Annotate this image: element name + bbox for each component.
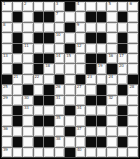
white-cell[interactable] <box>2 44 12 53</box>
white-cell[interactable]: 26 <box>55 85 65 94</box>
white-cell[interactable] <box>118 148 128 157</box>
white-cell[interactable] <box>23 64 33 73</box>
white-cell[interactable]: 6 <box>128 2 138 11</box>
white-cell[interactable]: 23 <box>86 75 96 84</box>
white-cell[interactable]: 2 <box>23 2 33 11</box>
white-cell[interactable] <box>76 116 86 125</box>
white-cell[interactable]: 12 <box>76 44 86 53</box>
white-cell[interactable] <box>76 96 86 105</box>
white-cell[interactable]: 38 <box>55 137 65 146</box>
clue-number: 40 <box>77 148 82 152</box>
black-cell <box>86 12 96 21</box>
white-cell[interactable]: 40 <box>76 148 86 157</box>
white-cell[interactable] <box>86 23 96 32</box>
white-cell[interactable] <box>128 148 138 157</box>
black-cell <box>65 148 75 157</box>
white-cell[interactable] <box>23 23 33 32</box>
black-cell <box>34 137 44 146</box>
black-cell <box>86 54 96 63</box>
white-cell[interactable] <box>34 23 44 32</box>
white-cell[interactable]: 34 <box>76 106 86 115</box>
black-cell <box>65 44 75 53</box>
white-cell[interactable]: 8 <box>2 23 12 32</box>
white-cell[interactable] <box>97 75 107 84</box>
white-cell[interactable] <box>55 23 65 32</box>
black-cell <box>65 23 75 32</box>
black-cell <box>118 33 128 42</box>
clue-number: 25 <box>3 85 8 89</box>
white-cell[interactable] <box>128 137 138 146</box>
white-cell[interactable]: 10 <box>55 33 65 42</box>
white-cell[interactable] <box>97 127 107 136</box>
white-cell[interactable] <box>107 85 117 94</box>
clue-number: 15 <box>66 54 71 58</box>
clue-number: 37 <box>77 127 82 131</box>
white-cell[interactable] <box>34 44 44 53</box>
black-cell <box>107 64 117 73</box>
white-cell[interactable]: 25 <box>2 85 12 94</box>
black-cell <box>34 54 44 63</box>
white-cell[interactable] <box>86 2 96 11</box>
clue-number: 21 <box>14 75 19 79</box>
white-cell[interactable] <box>44 75 54 84</box>
clue-number: 24 <box>108 75 113 79</box>
black-cell <box>13 44 23 53</box>
black-cell <box>44 85 54 94</box>
white-cell[interactable] <box>86 85 96 94</box>
white-cell[interactable] <box>23 137 33 146</box>
white-cell[interactable] <box>13 2 23 11</box>
black-cell <box>118 12 128 21</box>
clue-number: 5 <box>108 2 110 6</box>
white-cell[interactable] <box>23 148 33 157</box>
black-cell <box>34 116 44 125</box>
white-cell[interactable] <box>55 106 65 115</box>
black-cell <box>118 44 128 53</box>
white-cell[interactable] <box>107 44 117 53</box>
white-cell[interactable] <box>65 96 75 105</box>
white-cell[interactable] <box>13 85 23 94</box>
white-cell[interactable]: 22 <box>34 75 44 84</box>
black-cell <box>86 64 96 73</box>
white-cell[interactable] <box>118 2 128 11</box>
white-cell[interactable] <box>76 54 86 63</box>
white-cell[interactable] <box>2 116 12 125</box>
black-cell <box>118 85 128 94</box>
clue-number: 28 <box>129 85 134 89</box>
white-cell[interactable] <box>44 44 54 53</box>
black-cell <box>86 137 96 146</box>
clue-number: 4 <box>77 2 79 6</box>
white-cell[interactable] <box>107 106 117 115</box>
black-cell <box>2 75 12 84</box>
clue-number: 31 <box>56 96 61 100</box>
white-cell[interactable] <box>97 2 107 11</box>
white-cell[interactable] <box>13 148 23 157</box>
white-cell[interactable]: 19 <box>97 64 107 73</box>
white-cell[interactable] <box>2 106 12 115</box>
white-cell[interactable] <box>65 64 75 73</box>
white-cell[interactable]: 33 <box>23 106 33 115</box>
white-cell[interactable]: 24 <box>107 75 117 84</box>
white-cell[interactable] <box>86 44 96 53</box>
white-cell[interactable]: 16 <box>107 54 117 63</box>
white-cell[interactable] <box>23 75 33 84</box>
white-cell[interactable] <box>76 33 86 42</box>
white-cell[interactable] <box>23 127 33 136</box>
black-cell <box>118 116 128 125</box>
white-cell[interactable] <box>118 75 128 84</box>
clue-number: 2 <box>24 2 26 6</box>
clue-number: 23 <box>87 75 92 79</box>
white-cell[interactable] <box>44 127 54 136</box>
white-cell[interactable]: 9 <box>76 23 86 32</box>
white-cell[interactable] <box>76 12 86 21</box>
white-cell[interactable] <box>107 116 117 125</box>
white-cell[interactable] <box>55 64 65 73</box>
white-cell[interactable] <box>2 137 12 146</box>
white-cell[interactable] <box>13 23 23 32</box>
black-cell <box>44 137 54 146</box>
white-cell[interactable]: 29 <box>2 96 12 105</box>
black-cell <box>44 54 54 63</box>
clue-number: 1 <box>3 2 5 6</box>
clue-number: 10 <box>56 33 61 37</box>
black-cell <box>44 33 54 42</box>
white-cell[interactable] <box>118 96 128 105</box>
black-cell <box>13 106 23 115</box>
white-cell[interactable] <box>44 2 54 11</box>
clue-number: 11 <box>24 44 29 48</box>
white-cell[interactable] <box>86 148 96 157</box>
clue-number: 22 <box>35 75 40 79</box>
white-cell[interactable] <box>34 85 44 94</box>
black-cell <box>86 33 96 42</box>
white-cell[interactable]: 32 <box>107 96 117 105</box>
black-cell <box>13 33 23 42</box>
white-cell[interactable] <box>44 106 54 115</box>
black-cell <box>23 85 33 94</box>
clue-number: 26 <box>56 85 61 89</box>
clue-number: 29 <box>3 96 8 100</box>
black-cell <box>97 85 107 94</box>
clue-number: 20 <box>119 64 124 68</box>
white-cell[interactable]: 5 <box>107 2 117 11</box>
white-cell[interactable] <box>128 33 138 42</box>
white-cell[interactable]: 20 <box>118 64 128 73</box>
white-cell[interactable] <box>76 64 86 73</box>
black-cell <box>97 137 107 146</box>
white-cell[interactable] <box>118 127 128 136</box>
white-cell[interactable]: 7 <box>55 12 65 21</box>
black-cell <box>13 12 23 21</box>
clue-number: 13 <box>3 54 8 58</box>
clue-number: 14 <box>56 54 61 58</box>
white-cell[interactable] <box>128 106 138 115</box>
white-cell[interactable]: 3 <box>55 2 65 11</box>
white-cell[interactable] <box>2 33 12 42</box>
white-cell[interactable] <box>128 116 138 125</box>
black-cell <box>44 116 54 125</box>
clue-number: 9 <box>77 23 79 27</box>
white-cell[interactable] <box>97 148 107 157</box>
white-cell[interactable] <box>76 137 86 146</box>
black-cell <box>44 96 54 105</box>
white-cell[interactable]: 18 <box>44 64 54 73</box>
white-cell[interactable] <box>13 127 23 136</box>
white-cell[interactable] <box>2 64 12 73</box>
white-cell[interactable] <box>86 106 96 115</box>
white-cell[interactable]: 15 <box>65 54 75 63</box>
white-cell[interactable] <box>2 12 12 21</box>
white-cell[interactable]: 35 <box>55 116 65 125</box>
white-cell[interactable] <box>128 96 138 105</box>
clue-number: 16 <box>108 54 113 58</box>
white-cell[interactable]: 4 <box>76 2 86 11</box>
clue-number: 3 <box>56 2 58 6</box>
clue-number: 8 <box>3 23 5 27</box>
black-cell <box>34 96 44 105</box>
black-cell <box>65 2 75 11</box>
white-cell[interactable] <box>65 85 75 94</box>
white-cell[interactable] <box>107 23 117 32</box>
clue-number: 33 <box>24 106 29 110</box>
white-cell[interactable] <box>65 137 75 146</box>
clue-number: 36 <box>3 127 8 131</box>
clue-number: 18 <box>45 64 50 68</box>
white-cell[interactable] <box>55 44 65 53</box>
white-cell[interactable]: 11 <box>23 44 33 53</box>
black-cell <box>65 106 75 115</box>
black-cell <box>55 75 65 84</box>
clue-number: 39 <box>3 148 8 152</box>
clue-number: 34 <box>77 106 82 110</box>
clue-number: 30 <box>24 96 29 100</box>
clue-number: 32 <box>108 96 113 100</box>
white-cell[interactable] <box>107 127 117 136</box>
black-cell <box>118 106 128 115</box>
white-cell[interactable]: 28 <box>128 85 138 94</box>
white-cell[interactable] <box>55 148 65 157</box>
clue-number: 38 <box>56 137 61 141</box>
black-cell <box>34 33 44 42</box>
clue-number: 7 <box>56 12 58 16</box>
white-cell[interactable] <box>23 54 33 63</box>
white-cell[interactable] <box>23 12 33 21</box>
white-cell[interactable] <box>34 148 44 157</box>
white-cell[interactable] <box>128 64 138 73</box>
white-cell[interactable] <box>107 137 117 146</box>
white-cell[interactable] <box>34 106 44 115</box>
black-cell <box>13 137 23 146</box>
clue-number: 35 <box>56 116 61 120</box>
black-cell <box>34 12 44 21</box>
clue-number: 6 <box>129 2 131 6</box>
white-cell[interactable] <box>128 44 138 53</box>
white-cell[interactable] <box>23 33 33 42</box>
white-cell[interactable]: 30 <box>23 96 33 105</box>
black-cell <box>34 64 44 73</box>
black-cell <box>86 116 96 125</box>
black-cell <box>118 137 128 146</box>
white-cell[interactable]: 27 <box>76 85 86 94</box>
white-cell[interactable] <box>128 23 138 32</box>
white-cell[interactable] <box>128 12 138 21</box>
white-cell[interactable] <box>13 54 23 63</box>
black-cell <box>76 75 86 84</box>
black-cell <box>128 75 138 84</box>
black-cell <box>13 64 23 73</box>
black-cell <box>86 96 96 105</box>
white-cell[interactable] <box>97 23 107 32</box>
black-cell <box>97 54 107 63</box>
white-cell[interactable] <box>97 44 107 53</box>
white-cell[interactable]: 17 <box>118 54 128 63</box>
white-cell[interactable] <box>128 54 138 63</box>
black-cell <box>97 12 107 21</box>
white-cell[interactable] <box>128 127 138 136</box>
white-cell[interactable]: 31 <box>55 96 65 105</box>
white-cell[interactable] <box>65 116 75 125</box>
white-cell[interactable]: 13 <box>2 54 12 63</box>
white-cell[interactable] <box>44 23 54 32</box>
clue-number: 27 <box>77 85 82 89</box>
white-cell[interactable] <box>34 2 44 11</box>
black-cell <box>97 33 107 42</box>
white-cell[interactable]: 37 <box>76 127 86 136</box>
white-cell[interactable] <box>107 12 117 21</box>
black-cell <box>97 116 107 125</box>
white-cell[interactable] <box>23 116 33 125</box>
black-cell <box>13 116 23 125</box>
white-cell[interactable] <box>55 127 65 136</box>
white-cell[interactable] <box>65 33 75 42</box>
white-cell[interactable] <box>86 127 96 136</box>
clue-number: 17 <box>119 54 124 58</box>
crossword-grid: 1234567891011121314151617181920212223242… <box>1 1 139 158</box>
white-cell[interactable] <box>107 148 117 157</box>
white-cell[interactable] <box>44 148 54 157</box>
white-cell[interactable] <box>65 75 75 84</box>
white-cell[interactable] <box>34 127 44 136</box>
white-cell[interactable]: 39 <box>2 148 12 157</box>
white-cell[interactable] <box>97 106 107 115</box>
black-cell <box>97 96 107 105</box>
black-cell <box>44 12 54 21</box>
white-cell[interactable]: 21 <box>13 75 23 84</box>
white-cell[interactable] <box>118 23 128 32</box>
white-cell[interactable] <box>65 12 75 21</box>
white-cell[interactable] <box>13 96 23 105</box>
clue-number: 19 <box>98 64 103 68</box>
white-cell[interactable]: 1 <box>2 2 12 11</box>
white-cell[interactable]: 14 <box>55 54 65 63</box>
clue-number: 12 <box>77 44 82 48</box>
black-cell <box>65 127 75 136</box>
white-cell[interactable]: 36 <box>2 127 12 136</box>
white-cell[interactable] <box>107 33 117 42</box>
